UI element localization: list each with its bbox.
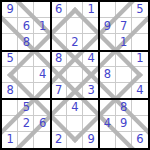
cell-r6c6[interactable] <box>83 83 99 99</box>
cell-r9c9[interactable] <box>132 132 148 148</box>
cell-r1c1[interactable] <box>2 2 18 18</box>
cell-r2c2[interactable] <box>18 18 34 34</box>
cell-r7c3[interactable] <box>34 99 50 115</box>
cell-r6c8[interactable] <box>116 83 132 99</box>
cell-r2c4[interactable] <box>51 18 67 34</box>
cell-r1c3[interactable] <box>34 2 50 18</box>
cell-r7c1[interactable] <box>2 99 18 115</box>
cell-r2c9[interactable] <box>132 18 148 34</box>
cell-r4c3[interactable] <box>34 51 50 67</box>
cell-r5c8[interactable] <box>116 67 132 83</box>
cell-r1c8[interactable] <box>116 2 132 18</box>
cell-r4c2[interactable] <box>18 51 34 67</box>
cell-r8c7[interactable] <box>99 116 115 132</box>
cell-r9c5[interactable] <box>67 132 83 148</box>
cell-r9c6[interactable] <box>83 132 99 148</box>
cell-r2c1[interactable] <box>2 18 18 34</box>
cell-r4c7[interactable] <box>99 51 115 67</box>
cell-r2c6[interactable] <box>83 18 99 34</box>
cell-r1c4[interactable] <box>51 2 67 18</box>
cell-r9c8[interactable] <box>116 132 132 148</box>
cell-r6c2[interactable] <box>18 83 34 99</box>
cell-r3c9[interactable] <box>132 34 148 50</box>
cell-r4c1[interactable] <box>2 51 18 67</box>
cell-r6c1[interactable] <box>2 83 18 99</box>
cell-r7c4[interactable] <box>51 99 67 115</box>
cell-r3c7[interactable] <box>99 34 115 50</box>
cell-r1c6[interactable] <box>83 2 99 18</box>
cell-r5c2[interactable] <box>18 67 34 83</box>
cell-r1c2[interactable] <box>18 2 34 18</box>
cell-r1c7[interactable] <box>99 2 115 18</box>
cell-r6c7[interactable] <box>99 83 115 99</box>
cell-r5c7[interactable] <box>99 67 115 83</box>
cell-r9c3[interactable] <box>34 132 50 148</box>
cell-r2c7[interactable] <box>99 18 115 34</box>
cell-r8c6[interactable] <box>83 116 99 132</box>
cell-r6c4[interactable] <box>51 83 67 99</box>
cell-r6c3[interactable] <box>34 83 50 99</box>
cell-r5c5[interactable] <box>67 67 83 83</box>
cell-r3c3[interactable] <box>34 34 50 50</box>
cell-r3c2[interactable] <box>18 34 34 50</box>
cell-r7c6[interactable] <box>83 99 99 115</box>
cell-r7c7[interactable] <box>99 99 115 115</box>
cell-r8c4[interactable] <box>51 116 67 132</box>
cell-r8c2[interactable] <box>18 116 34 132</box>
cell-r2c3[interactable] <box>34 18 50 34</box>
cell-r4c5[interactable] <box>67 51 83 67</box>
cell-r3c1[interactable] <box>2 34 18 50</box>
cell-r3c4[interactable] <box>51 34 67 50</box>
cell-r2c5[interactable] <box>67 18 83 34</box>
cell-r6c9[interactable] <box>132 83 148 99</box>
cell-r7c2[interactable] <box>18 99 34 115</box>
cell-r8c5[interactable] <box>67 116 83 132</box>
cell-r3c6[interactable] <box>83 34 99 50</box>
cell-r8c3[interactable] <box>34 116 50 132</box>
cell-r9c7[interactable] <box>99 132 115 148</box>
cell-r4c4[interactable] <box>51 51 67 67</box>
cell-r5c6[interactable] <box>83 67 99 83</box>
cell-r5c9[interactable] <box>132 67 148 83</box>
cell-r7c9[interactable] <box>132 99 148 115</box>
cell-r2c8[interactable] <box>116 18 132 34</box>
cell-r5c3[interactable] <box>34 67 50 83</box>
cell-r4c6[interactable] <box>83 51 99 67</box>
cell-r8c1[interactable] <box>2 116 18 132</box>
cell-r4c8[interactable] <box>116 51 132 67</box>
cell-r4c9[interactable] <box>132 51 148 67</box>
cell-r6c5[interactable] <box>67 83 83 99</box>
sudoku-board: 96156197821584148873454826491296 <box>0 0 150 150</box>
cell-r9c1[interactable] <box>2 132 18 148</box>
cell-r8c8[interactable] <box>116 116 132 132</box>
cell-r3c8[interactable] <box>116 34 132 50</box>
cell-r7c5[interactable] <box>67 99 83 115</box>
cell-r8c9[interactable] <box>132 116 148 132</box>
cell-r9c4[interactable] <box>51 132 67 148</box>
cell-r7c8[interactable] <box>116 99 132 115</box>
cell-r5c1[interactable] <box>2 67 18 83</box>
cell-r9c2[interactable] <box>18 132 34 148</box>
cell-r3c5[interactable] <box>67 34 83 50</box>
cell-grid <box>2 2 148 148</box>
cell-r1c5[interactable] <box>67 2 83 18</box>
cell-r1c9[interactable] <box>132 2 148 18</box>
cell-r5c4[interactable] <box>51 67 67 83</box>
